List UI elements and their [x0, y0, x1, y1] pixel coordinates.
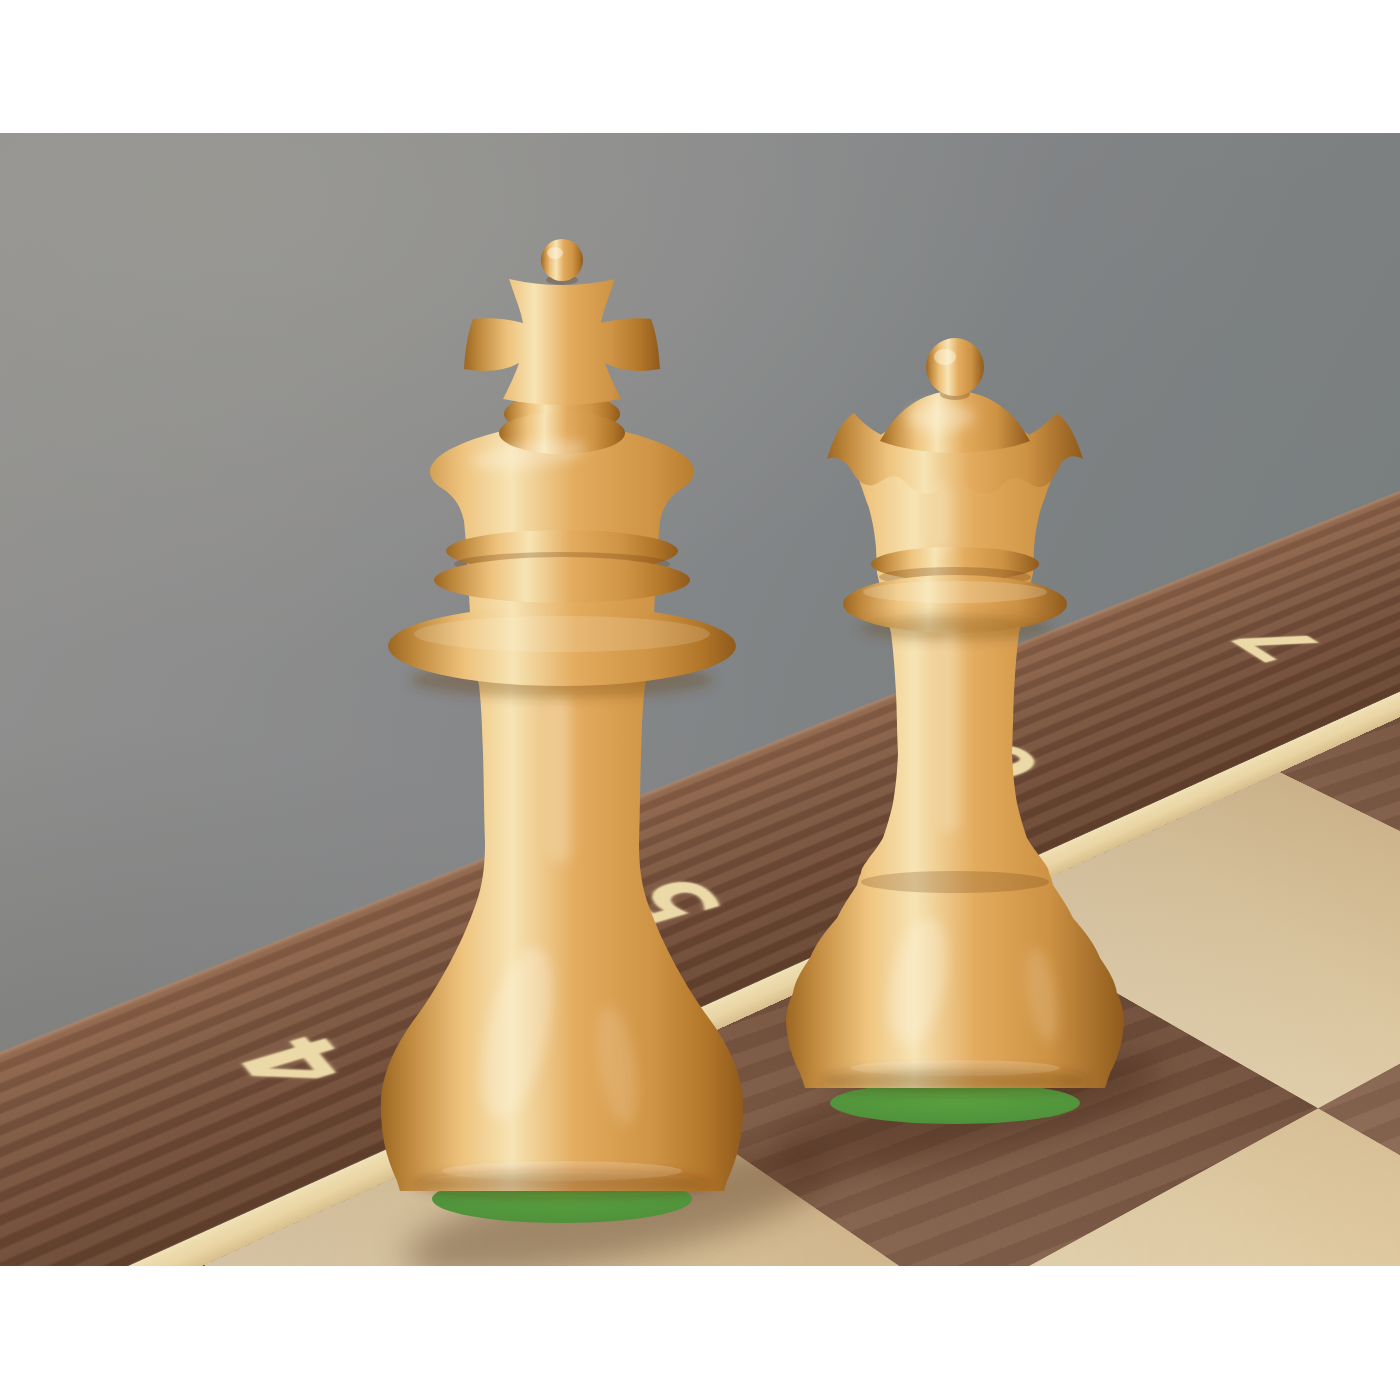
queen-contact-shadow: [820, 1069, 1090, 1093]
king-cross-finial: [464, 279, 660, 405]
king-skirt-sheen: [414, 616, 710, 652]
queen-ball-sheen: [934, 349, 956, 365]
white-king-piece: [367, 233, 757, 1233]
king-stem-highlight: [548, 698, 572, 863]
queen-cushion-sheen: [863, 581, 1047, 603]
king-ball-sheen: [547, 247, 563, 259]
queen-stem-highlight: [940, 633, 959, 833]
queen-throat-highlight: [932, 483, 952, 551]
king-collar-ring-large: [434, 557, 690, 603]
queen-dome-sheen: [906, 402, 974, 432]
queen-ledge-crease: [861, 871, 1049, 893]
letterbox-top: [0, 0, 1400, 133]
king-ball-finial: [541, 239, 583, 281]
letterbox-bottom: [0, 1266, 1400, 1400]
white-queen-piece: [780, 333, 1130, 1133]
queen-ball-finial: [926, 338, 984, 396]
photo-backdrop: 4 5 6 7: [0, 133, 1400, 1266]
king-contact-shadow: [412, 1171, 712, 1197]
